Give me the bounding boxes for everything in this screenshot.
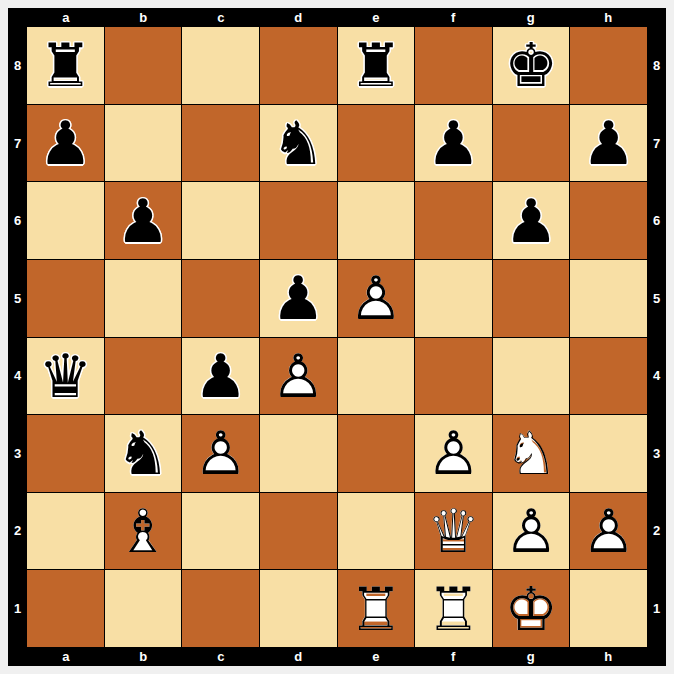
file-label-a: a	[27, 647, 105, 666]
square-g2[interactable]: ♟♙	[493, 493, 570, 570]
white-rook: ♜♖	[349, 579, 403, 639]
black-pawn: ♟	[427, 113, 481, 173]
square-g3[interactable]: ♞♘	[493, 415, 570, 492]
square-g6[interactable]: ♟	[493, 182, 570, 259]
file-label-f: f	[415, 8, 493, 27]
black-knight: ♞	[116, 423, 170, 483]
square-a3[interactable]	[27, 415, 104, 492]
square-f2[interactable]: ♛♕	[415, 493, 492, 570]
square-e5[interactable]: ♟♙	[338, 260, 415, 337]
square-g5[interactable]	[493, 260, 570, 337]
white-king: ♚♔	[504, 579, 558, 639]
square-b8[interactable]	[105, 27, 182, 104]
white-pawn: ♟♙	[427, 423, 481, 483]
square-a1[interactable]	[27, 570, 104, 647]
rank-label-3: 3	[8, 415, 27, 493]
black-pawn: ♟	[116, 191, 170, 251]
square-f8[interactable]	[415, 27, 492, 104]
square-c7[interactable]	[182, 105, 259, 182]
white-queen: ♛♕	[427, 501, 481, 561]
file-label-d: d	[260, 8, 338, 27]
file-labels-bottom: abcdefgh	[27, 647, 647, 666]
file-label-b: b	[105, 647, 183, 666]
rank-label-7: 7	[647, 105, 666, 183]
square-c6[interactable]	[182, 182, 259, 259]
file-label-a: a	[27, 8, 105, 27]
file-label-g: g	[492, 647, 570, 666]
white-pawn: ♟♙	[271, 346, 325, 406]
file-label-c: c	[182, 8, 260, 27]
rank-label-6: 6	[8, 182, 27, 260]
white-knight: ♞♘	[504, 423, 558, 483]
rank-label-1: 1	[647, 570, 666, 648]
square-c1[interactable]	[182, 570, 259, 647]
square-h6[interactable]	[570, 182, 647, 259]
square-d8[interactable]	[260, 27, 337, 104]
square-b1[interactable]	[105, 570, 182, 647]
square-b5[interactable]	[105, 260, 182, 337]
square-g8[interactable]: ♚	[493, 27, 570, 104]
square-h7[interactable]: ♟	[570, 105, 647, 182]
square-h4[interactable]	[570, 338, 647, 415]
file-label-h: h	[570, 8, 648, 27]
white-bishop: ♝♗	[116, 501, 170, 561]
square-c5[interactable]	[182, 260, 259, 337]
square-g1[interactable]: ♚♔	[493, 570, 570, 647]
square-e3[interactable]	[338, 415, 415, 492]
black-rook: ♜	[349, 35, 403, 95]
square-g4[interactable]	[493, 338, 570, 415]
rank-label-5: 5	[8, 260, 27, 338]
square-e6[interactable]	[338, 182, 415, 259]
file-label-h: h	[570, 647, 648, 666]
square-a4[interactable]: ♛	[27, 338, 104, 415]
square-d2[interactable]	[260, 493, 337, 570]
square-d4[interactable]: ♟♙	[260, 338, 337, 415]
square-h1[interactable]	[570, 570, 647, 647]
file-label-f: f	[415, 647, 493, 666]
white-pawn: ♟♙	[504, 501, 558, 561]
square-b3[interactable]: ♞	[105, 415, 182, 492]
square-c8[interactable]	[182, 27, 259, 104]
board-frame: abcdefgh abcdefgh 87654321 87654321 ♜♜♚♟…	[8, 8, 666, 666]
square-d7[interactable]: ♞	[260, 105, 337, 182]
square-e8[interactable]: ♜	[338, 27, 415, 104]
rank-label-4: 4	[647, 337, 666, 415]
square-h2[interactable]: ♟♙	[570, 493, 647, 570]
black-king: ♚	[504, 35, 558, 95]
file-label-e: e	[337, 8, 415, 27]
square-f6[interactable]	[415, 182, 492, 259]
square-e7[interactable]	[338, 105, 415, 182]
square-h3[interactable]	[570, 415, 647, 492]
chess-board: ♜♜♚♟♞♟♟♟♟♟♟♙♛♟♟♙♞♟♙♟♙♞♘♝♗♛♕♟♙♟♙♜♖♜♖♚♔	[27, 27, 647, 647]
square-e2[interactable]	[338, 493, 415, 570]
file-label-d: d	[260, 647, 338, 666]
rank-label-8: 8	[647, 27, 666, 105]
square-a7[interactable]: ♟	[27, 105, 104, 182]
rank-label-5: 5	[647, 260, 666, 338]
black-pawn: ♟	[194, 346, 248, 406]
square-c4[interactable]: ♟	[182, 338, 259, 415]
square-b4[interactable]	[105, 338, 182, 415]
rank-label-4: 4	[8, 337, 27, 415]
white-pawn: ♟♙	[194, 423, 248, 483]
rank-label-1: 1	[8, 570, 27, 648]
square-e4[interactable]	[338, 338, 415, 415]
square-g7[interactable]	[493, 105, 570, 182]
square-b6[interactable]: ♟	[105, 182, 182, 259]
square-a6[interactable]	[27, 182, 104, 259]
square-f3[interactable]: ♟♙	[415, 415, 492, 492]
white-pawn: ♟♙	[349, 268, 403, 328]
rank-labels-right: 87654321	[647, 27, 666, 647]
file-label-g: g	[492, 8, 570, 27]
white-pawn: ♟♙	[582, 501, 636, 561]
square-f5[interactable]	[415, 260, 492, 337]
black-knight: ♞	[271, 113, 325, 173]
square-h5[interactable]	[570, 260, 647, 337]
white-rook: ♜♖	[427, 579, 481, 639]
square-a8[interactable]: ♜	[27, 27, 104, 104]
square-c2[interactable]	[182, 493, 259, 570]
black-pawn: ♟	[271, 268, 325, 328]
square-d1[interactable]	[260, 570, 337, 647]
square-d3[interactable]	[260, 415, 337, 492]
square-b7[interactable]	[105, 105, 182, 182]
square-b2[interactable]: ♝♗	[105, 493, 182, 570]
file-label-e: e	[337, 647, 415, 666]
rank-label-6: 6	[647, 182, 666, 260]
black-queen: ♛	[38, 346, 92, 406]
square-d5[interactable]: ♟	[260, 260, 337, 337]
square-f4[interactable]	[415, 338, 492, 415]
black-pawn: ♟	[582, 113, 636, 173]
black-pawn: ♟	[504, 191, 558, 251]
square-a5[interactable]	[27, 260, 104, 337]
rank-label-3: 3	[647, 415, 666, 493]
square-f7[interactable]: ♟	[415, 105, 492, 182]
square-e1[interactable]: ♜♖	[338, 570, 415, 647]
file-labels-top: abcdefgh	[27, 8, 647, 27]
square-a2[interactable]	[27, 493, 104, 570]
file-label-b: b	[105, 8, 183, 27]
rank-label-7: 7	[8, 105, 27, 183]
page-background: abcdefgh abcdefgh 87654321 87654321 ♜♜♚♟…	[0, 0, 674, 674]
rank-label-2: 2	[647, 492, 666, 570]
rank-label-8: 8	[8, 27, 27, 105]
black-pawn: ♟	[38, 113, 92, 173]
square-c3[interactable]: ♟♙	[182, 415, 259, 492]
square-h8[interactable]	[570, 27, 647, 104]
square-f1[interactable]: ♜♖	[415, 570, 492, 647]
file-label-c: c	[182, 647, 260, 666]
square-d6[interactable]	[260, 182, 337, 259]
rank-labels-left: 87654321	[8, 27, 27, 647]
black-rook: ♜	[38, 35, 92, 95]
rank-label-2: 2	[8, 492, 27, 570]
